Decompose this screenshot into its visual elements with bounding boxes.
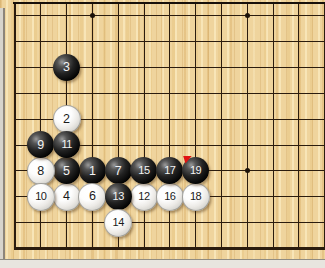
- stone-number: 6: [79, 190, 105, 203]
- stone-number: 5: [53, 165, 80, 178]
- stone-white-4-C3[interactable]: 4: [53, 183, 81, 211]
- stone-white-14-E2[interactable]: 14: [104, 209, 132, 237]
- stone-number: 8: [28, 165, 54, 178]
- stone-number: 13: [105, 191, 132, 202]
- stone-number: 3: [53, 61, 80, 74]
- stone-number: 15: [130, 165, 157, 176]
- diagram-crop-border-top: [13, 2, 325, 5]
- stone-number: 10: [28, 191, 54, 202]
- stone-number: 18: [183, 191, 209, 202]
- stone-number: 9: [27, 139, 54, 152]
- stone-black-3-C8[interactable]: 3: [53, 54, 80, 81]
- stone-white-10-B3[interactable]: 10: [27, 183, 55, 211]
- stone-number: 17: [156, 165, 183, 176]
- stone-number: 16: [157, 191, 183, 202]
- stone-black-13-E3[interactable]: 13: [105, 183, 132, 210]
- stone-number: 12: [131, 191, 157, 202]
- stone-number: 14: [105, 217, 131, 228]
- stone-number: 2: [54, 113, 80, 126]
- window-edge-left-line: [3, 8, 5, 260]
- stone-number: 7: [105, 165, 132, 178]
- stone-white-16-G3[interactable]: 16: [156, 183, 184, 211]
- stone-number: 19: [182, 165, 209, 176]
- stone-number: 1: [79, 165, 106, 178]
- goban[interactable]: 12345678910111213141516171819: [0, 0, 325, 260]
- window-edge-bottom: [0, 260, 325, 268]
- goban-grid[interactable]: 12345678910111213141516171819: [2, 3, 325, 262]
- go-diagram-window: 12345678910111213141516171819: [0, 0, 325, 268]
- stone-white-18-H3[interactable]: 18: [182, 183, 210, 211]
- stone-black-5-C4[interactable]: 5: [53, 157, 80, 184]
- stone-black-9-B5[interactable]: 9: [27, 131, 54, 158]
- stone-white-2-C6[interactable]: 2: [53, 105, 81, 133]
- stone-number: 11: [53, 139, 80, 150]
- stone-black-7-E4[interactable]: 7: [105, 157, 132, 184]
- stone-black-1-D4[interactable]: 1: [79, 157, 106, 184]
- stone-black-11-C5[interactable]: 11: [53, 131, 80, 158]
- stone-black-17-G4[interactable]: 17: [156, 157, 183, 184]
- stone-white-8-B4[interactable]: 8: [27, 157, 55, 185]
- stone-number: 4: [54, 190, 80, 203]
- stone-black-15-F4[interactable]: 15: [130, 157, 157, 184]
- stone-white-6-D3[interactable]: 6: [78, 183, 106, 211]
- stone-white-12-F3[interactable]: 12: [130, 183, 158, 211]
